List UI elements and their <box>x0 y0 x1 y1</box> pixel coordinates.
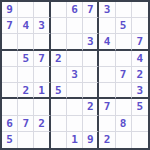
cell-r6c9-given: 3 <box>132 83 148 99</box>
cell-r5c2-empty[interactable] <box>18 67 34 83</box>
cell-r1c1-given: 9 <box>2 2 18 18</box>
cell-r3c5-empty[interactable] <box>67 34 83 50</box>
cell-r4c7-empty[interactable] <box>99 51 115 67</box>
cell-r6c6-empty[interactable] <box>83 83 99 99</box>
cell-r1c3-empty[interactable] <box>34 2 50 18</box>
cell-r6c8-empty[interactable] <box>116 83 132 99</box>
cell-r3c6-given: 3 <box>83 34 99 50</box>
cell-r2c9-empty[interactable] <box>132 18 148 34</box>
cell-r3c7-given: 4 <box>99 34 115 50</box>
cell-r1c8-empty[interactable] <box>116 2 132 18</box>
cell-r1c5-given: 6 <box>67 2 83 18</box>
cell-r8c9-empty[interactable] <box>132 116 148 132</box>
cell-r6c3-given: 1 <box>34 83 50 99</box>
cell-r1c2-empty[interactable] <box>18 2 34 18</box>
cell-r1c4-empty[interactable] <box>51 2 67 18</box>
cell-r8c3-given: 2 <box>34 116 50 132</box>
cell-r3c1-empty[interactable] <box>2 34 18 50</box>
cell-r7c6-given: 2 <box>83 99 99 115</box>
cell-r2c8-given: 5 <box>116 18 132 34</box>
cell-r5c3-empty[interactable] <box>34 67 50 83</box>
cell-r4c4-given: 2 <box>51 51 67 67</box>
cell-r8c1-given: 6 <box>2 116 18 132</box>
cell-r7c2-empty[interactable] <box>18 99 34 115</box>
cell-r3c8-empty[interactable] <box>116 34 132 50</box>
cell-r3c2-empty[interactable] <box>18 34 34 50</box>
cell-r1c7-given: 3 <box>99 2 115 18</box>
cell-r6c4-given: 5 <box>51 83 67 99</box>
cell-r7c5-empty[interactable] <box>67 99 83 115</box>
cell-r6c2-given: 2 <box>18 83 34 99</box>
cell-r9c8-empty[interactable] <box>116 132 132 148</box>
sudoku-board: 967374353475724372215327567285192 <box>0 0 150 150</box>
cell-r6c5-empty[interactable] <box>67 83 83 99</box>
cell-r6c1-empty[interactable] <box>2 83 18 99</box>
cell-r5c9-given: 2 <box>132 67 148 83</box>
cell-r4c9-given: 4 <box>132 51 148 67</box>
cell-r2c1-given: 7 <box>2 18 18 34</box>
cell-r5c6-empty[interactable] <box>83 67 99 83</box>
cell-r4c2-given: 5 <box>18 51 34 67</box>
cell-r5c4-empty[interactable] <box>51 67 67 83</box>
cell-r5c1-empty[interactable] <box>2 67 18 83</box>
cell-r8c8-given: 8 <box>116 116 132 132</box>
cell-r8c2-given: 7 <box>18 116 34 132</box>
cell-r5c7-empty[interactable] <box>99 67 115 83</box>
cell-r7c7-given: 7 <box>99 99 115 115</box>
cell-r7c9-given: 5 <box>132 99 148 115</box>
cell-r2c3-given: 3 <box>34 18 50 34</box>
cell-r2c4-empty[interactable] <box>51 18 67 34</box>
cell-r3c4-empty[interactable] <box>51 34 67 50</box>
cell-r4c3-given: 7 <box>34 51 50 67</box>
cell-r4c5-empty[interactable] <box>67 51 83 67</box>
cell-r4c1-empty[interactable] <box>2 51 18 67</box>
cell-r1c9-empty[interactable] <box>132 2 148 18</box>
cell-r3c3-empty[interactable] <box>34 34 50 50</box>
cell-r8c6-empty[interactable] <box>83 116 99 132</box>
cell-r8c5-empty[interactable] <box>67 116 83 132</box>
cell-r9c2-empty[interactable] <box>18 132 34 148</box>
cell-r2c2-given: 4 <box>18 18 34 34</box>
cell-r9c7-given: 2 <box>99 132 115 148</box>
cell-r4c8-empty[interactable] <box>116 51 132 67</box>
cell-r9c4-empty[interactable] <box>51 132 67 148</box>
cell-r8c4-empty[interactable] <box>51 116 67 132</box>
cell-r6c7-empty[interactable] <box>99 83 115 99</box>
cell-r7c8-empty[interactable] <box>116 99 132 115</box>
cell-r2c7-empty[interactable] <box>99 18 115 34</box>
cell-r5c8-given: 7 <box>116 67 132 83</box>
cell-r7c4-empty[interactable] <box>51 99 67 115</box>
cell-r9c5-given: 1 <box>67 132 83 148</box>
cell-r2c5-empty[interactable] <box>67 18 83 34</box>
cell-r9c9-empty[interactable] <box>132 132 148 148</box>
cell-r5c5-given: 3 <box>67 67 83 83</box>
cell-r3c9-given: 7 <box>132 34 148 50</box>
cell-r8c7-empty[interactable] <box>99 116 115 132</box>
cell-r9c1-given: 5 <box>2 132 18 148</box>
cell-r9c3-empty[interactable] <box>34 132 50 148</box>
cell-r4c6-empty[interactable] <box>83 51 99 67</box>
cell-r9c6-given: 9 <box>83 132 99 148</box>
cell-r7c3-empty[interactable] <box>34 99 50 115</box>
cell-r1c6-given: 7 <box>83 2 99 18</box>
cell-r7c1-empty[interactable] <box>2 99 18 115</box>
cell-r2c6-empty[interactable] <box>83 18 99 34</box>
